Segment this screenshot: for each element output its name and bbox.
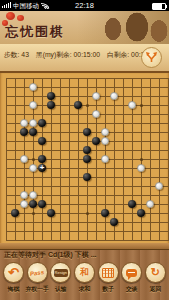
star-point (140, 104, 143, 107)
star-point (86, 104, 89, 107)
black-stone (38, 155, 46, 163)
star-point (86, 212, 89, 215)
white-stone (20, 200, 28, 208)
chat-bubble-icon (126, 269, 137, 277)
white-stone (29, 101, 37, 109)
black-stone (110, 218, 118, 226)
black-stone (128, 200, 136, 208)
count-label: 数子 (102, 285, 114, 294)
count-button[interactable]: 数子 (97, 262, 120, 294)
black-stone (38, 137, 46, 145)
undo-label: 悔棋 (8, 285, 20, 294)
white-stone (110, 92, 118, 100)
star-point (32, 158, 35, 161)
black-stone (83, 128, 91, 136)
white-stone (101, 155, 109, 163)
status-bar: 中国移动 22:18 (0, 0, 169, 11)
pass-icon: Pass (30, 269, 45, 277)
black-stone (47, 92, 55, 100)
painting-decoration (77, 11, 169, 44)
app-screen: 中国移动 22:18 忘忧围棋 步数: 43 黑(my)剩余: 00:15:00… (0, 0, 169, 300)
black-stone (38, 200, 46, 208)
undo-button[interactable]: ↶ 悔棋 (2, 262, 25, 294)
pass-button[interactable]: Pass 弃权一手 (26, 262, 49, 294)
black-stone (38, 164, 46, 172)
white-stone (101, 128, 109, 136)
clock-label: 22:18 (0, 0, 169, 11)
chat-button[interactable]: 交谈 (120, 262, 143, 294)
white-stone (29, 164, 37, 172)
draw-offer-icon: 和 (80, 266, 89, 279)
white-stone (20, 155, 28, 163)
grid-line (96, 78, 97, 241)
grid-line (114, 78, 115, 241)
fork-arrows-icon (144, 50, 159, 65)
black-stone (29, 128, 37, 136)
grid-line (123, 78, 124, 241)
white-stone (20, 191, 28, 199)
white-stone (29, 83, 37, 91)
undo-arrow-icon: ↶ (8, 266, 19, 279)
app-title: 忘忧围棋 (5, 23, 65, 41)
black-stone (92, 137, 100, 145)
black-stone (11, 209, 19, 217)
black-time-label: 黑(my)剩余: 00:15:00 (36, 51, 100, 58)
chat-label: 交谈 (126, 285, 138, 294)
battery-icon (152, 3, 166, 10)
black-stone (83, 146, 91, 154)
grid-line (168, 78, 169, 241)
white-stone (29, 119, 37, 127)
white-stone (20, 119, 28, 127)
black-stone (20, 128, 28, 136)
black-stone (47, 101, 55, 109)
black-stone (74, 101, 82, 109)
game-info-bar: 步数: 43 黑(my)剩余: 00:15:00 白剩余: 00:15:00 (0, 44, 169, 72)
grid-line (159, 78, 160, 241)
white-stone (146, 200, 154, 208)
pass-label: 弃权一手 (26, 285, 49, 294)
return-icon: ↻ (151, 267, 160, 278)
lantern-icon (17, 15, 24, 21)
white-stone (92, 110, 100, 118)
return-label: 返回 (150, 285, 162, 294)
return-button[interactable]: ↻ 返回 (144, 262, 167, 294)
count-grid-icon (102, 268, 114, 278)
black-stone (83, 155, 91, 163)
white-stone (92, 92, 100, 100)
grid-line (6, 222, 169, 223)
grid-line (150, 78, 151, 241)
white-stone (29, 191, 37, 199)
grid-line (6, 231, 169, 232)
white-stone (155, 182, 163, 190)
go-board[interactable] (0, 71, 169, 244)
grid-line (6, 240, 169, 241)
white-stone (128, 101, 136, 109)
resign-label: 认输 (55, 285, 67, 294)
resign-button[interactable]: Resign 认输 (49, 262, 72, 294)
title-banner: 忘忧围棋 (0, 11, 169, 44)
grid-line (6, 186, 169, 187)
waiting-status-text: 正在等待对手 Cd(1级) 下棋 ... (4, 250, 166, 260)
draw-offer-label: 求和 (79, 285, 91, 294)
black-stone (38, 119, 46, 127)
star-point (140, 158, 143, 161)
lantern-icon (6, 12, 15, 20)
black-stone (83, 173, 91, 181)
black-stone (101, 209, 109, 217)
star-point (32, 212, 35, 215)
white-stone (137, 164, 145, 172)
white-stone (101, 137, 109, 145)
black-stone (47, 209, 55, 217)
move-count-label: 步数: 43 (4, 51, 29, 58)
action-toolbar: ↶ 悔棋 Pass 弃权一手 Resign 认输 和 求和 数子 交谈 ↻ 返回 (0, 262, 169, 294)
black-stone (137, 209, 145, 217)
resign-icon: Resign (54, 269, 68, 277)
game-tree-button[interactable] (141, 47, 162, 68)
draw-offer-button[interactable]: 和 求和 (73, 262, 96, 294)
black-stone (29, 200, 37, 208)
